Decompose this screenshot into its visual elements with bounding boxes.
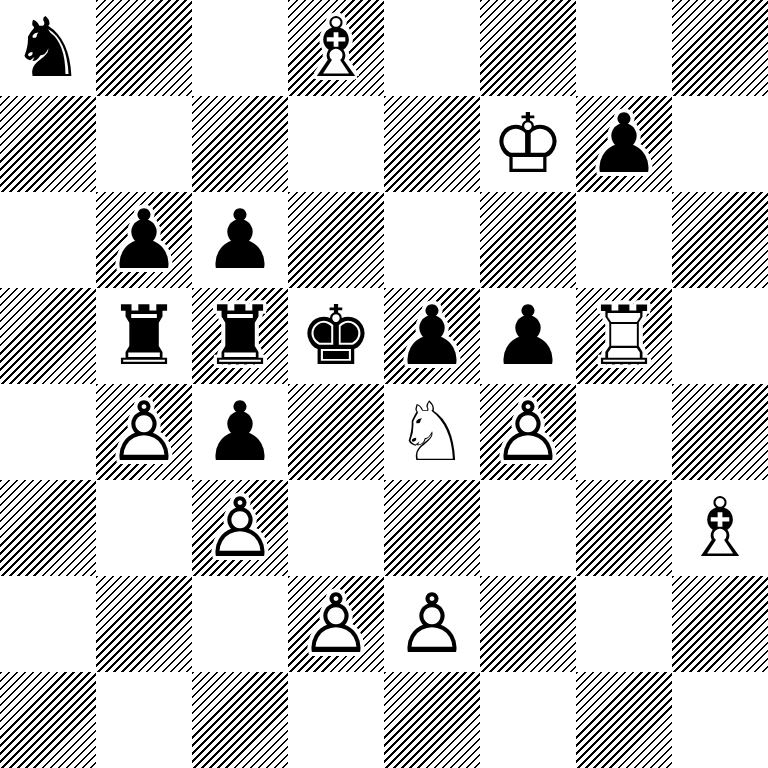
black-pawn: ♟♟ [192,384,288,480]
white-knight-glyph: ♘ [395,384,469,480]
black-pawn-glyph: ♟ [107,192,181,288]
square-h3[interactable]: ♝♗ [672,480,768,576]
square-c6[interactable]: ♟♟ [192,192,288,288]
square-e6[interactable] [384,192,480,288]
square-d8[interactable]: ♝♗ [288,0,384,96]
square-a2[interactable] [0,576,96,672]
square-g5[interactable]: ♜♖ [576,288,672,384]
black-knight-glyph: ♞ [11,0,85,96]
square-e4[interactable]: ♞♘ [384,384,480,480]
black-pawn: ♟♟ [96,192,192,288]
white-bishop: ♝♗ [288,0,384,96]
square-e8[interactable] [384,0,480,96]
square-d5[interactable]: ♚♚ [288,288,384,384]
white-king: ♚♔ [480,96,576,192]
white-pawn: ♟♙ [96,384,192,480]
square-e3[interactable] [384,480,480,576]
square-f1[interactable] [480,672,576,768]
chess-board: ♞♞♝♗♚♔♟♟♟♟♟♟♜♜♜♜♚♚♟♟♟♟♜♖♟♙♟♟♞♘♟♙♟♙♝♗♟♙♟♙ [0,0,768,768]
square-b6[interactable]: ♟♟ [96,192,192,288]
square-b4[interactable]: ♟♙ [96,384,192,480]
white-bishop: ♝♗ [672,480,768,576]
square-c4[interactable]: ♟♟ [192,384,288,480]
square-a6[interactable] [0,192,96,288]
square-d4[interactable] [288,384,384,480]
black-pawn-glyph: ♟ [491,288,565,384]
black-rook: ♜♜ [96,288,192,384]
square-b1[interactable] [96,672,192,768]
black-knight: ♞♞ [0,0,96,96]
white-pawn-glyph: ♙ [491,384,565,480]
square-f7[interactable]: ♚♔ [480,96,576,192]
square-h2[interactable] [672,576,768,672]
square-f3[interactable] [480,480,576,576]
square-f5[interactable]: ♟♟ [480,288,576,384]
white-king-glyph: ♔ [491,96,565,192]
square-h7[interactable] [672,96,768,192]
black-rook-glyph: ♜ [107,288,181,384]
white-pawn-glyph: ♙ [203,480,277,576]
square-d6[interactable] [288,192,384,288]
square-d3[interactable] [288,480,384,576]
white-bishop-glyph: ♗ [683,480,757,576]
black-pawn: ♟♟ [384,288,480,384]
square-e1[interactable] [384,672,480,768]
square-g1[interactable] [576,672,672,768]
square-a5[interactable] [0,288,96,384]
chess-diagram: ♞♞♝♗♚♔♟♟♟♟♟♟♜♜♜♜♚♚♟♟♟♟♜♖♟♙♟♟♞♘♟♙♟♙♝♗♟♙♟♙ [0,0,768,768]
square-f2[interactable] [480,576,576,672]
square-b8[interactable] [96,0,192,96]
white-bishop-glyph: ♗ [299,0,373,96]
square-a1[interactable] [0,672,96,768]
black-rook-glyph: ♜ [203,288,277,384]
square-d7[interactable] [288,96,384,192]
square-f6[interactable] [480,192,576,288]
white-pawn: ♟♙ [480,384,576,480]
square-c2[interactable] [192,576,288,672]
square-e7[interactable] [384,96,480,192]
black-rook: ♜♜ [192,288,288,384]
square-a7[interactable] [0,96,96,192]
square-b3[interactable] [96,480,192,576]
square-e2[interactable]: ♟♙ [384,576,480,672]
square-g4[interactable] [576,384,672,480]
white-pawn: ♟♙ [192,480,288,576]
white-rook: ♜♖ [576,288,672,384]
square-f4[interactable]: ♟♙ [480,384,576,480]
square-a4[interactable] [0,384,96,480]
square-b5[interactable]: ♜♜ [96,288,192,384]
square-h5[interactable] [672,288,768,384]
black-pawn-glyph: ♟ [395,288,469,384]
square-b7[interactable] [96,96,192,192]
square-g8[interactable] [576,0,672,96]
black-pawn-glyph: ♟ [587,96,661,192]
white-pawn: ♟♙ [384,576,480,672]
white-pawn-glyph: ♙ [395,576,469,672]
square-d1[interactable] [288,672,384,768]
square-c5[interactable]: ♜♜ [192,288,288,384]
white-knight: ♞♘ [384,384,480,480]
square-f8[interactable] [480,0,576,96]
black-pawn: ♟♟ [192,192,288,288]
square-c7[interactable] [192,96,288,192]
black-pawn: ♟♟ [576,96,672,192]
square-d2[interactable]: ♟♙ [288,576,384,672]
square-g3[interactable] [576,480,672,576]
square-e5[interactable]: ♟♟ [384,288,480,384]
square-g2[interactable] [576,576,672,672]
square-h6[interactable] [672,192,768,288]
square-h8[interactable] [672,0,768,96]
square-g7[interactable]: ♟♟ [576,96,672,192]
white-pawn-glyph: ♙ [107,384,181,480]
square-c1[interactable] [192,672,288,768]
square-g6[interactable] [576,192,672,288]
black-pawn-glyph: ♟ [203,192,277,288]
square-h1[interactable] [672,672,768,768]
black-pawn-glyph: ♟ [203,384,277,480]
black-pawn: ♟♟ [480,288,576,384]
square-b2[interactable] [96,576,192,672]
white-pawn-glyph: ♙ [299,576,373,672]
white-pawn: ♟♙ [288,576,384,672]
black-king-glyph: ♚ [299,288,373,384]
black-king: ♚♚ [288,288,384,384]
square-c8[interactable] [192,0,288,96]
square-a8[interactable]: ♞♞ [0,0,96,96]
square-c3[interactable]: ♟♙ [192,480,288,576]
square-h4[interactable] [672,384,768,480]
square-a3[interactable] [0,480,96,576]
white-rook-glyph: ♖ [587,288,661,384]
